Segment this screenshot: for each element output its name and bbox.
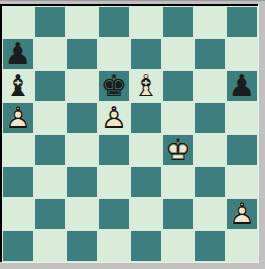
piece-outline: ♔ [162, 134, 194, 166]
square-e6[interactable]: ♝♗ [130, 70, 162, 102]
square-f8[interactable] [162, 6, 194, 38]
white-pawn[interactable]: ♟♙ [98, 102, 130, 134]
square-d2[interactable] [98, 198, 130, 230]
piece-outline: ♙ [2, 102, 34, 134]
square-h7[interactable] [226, 38, 258, 70]
square-a2[interactable] [2, 198, 34, 230]
square-e1[interactable] [130, 230, 162, 262]
square-h5[interactable] [226, 102, 258, 134]
white-bishop[interactable]: ♝♗ [130, 70, 162, 102]
square-h3[interactable] [226, 166, 258, 198]
square-a1[interactable] [2, 230, 34, 262]
square-d4[interactable] [98, 134, 130, 166]
piece-fill: ♟ [226, 70, 258, 102]
square-h1[interactable] [226, 230, 258, 262]
square-e5[interactable] [130, 102, 162, 134]
square-b6[interactable] [34, 70, 66, 102]
white-pawn[interactable]: ♟♙ [226, 198, 258, 230]
square-f2[interactable] [162, 198, 194, 230]
square-d1[interactable] [98, 230, 130, 262]
square-f4[interactable]: ♚♔ [162, 134, 194, 166]
square-g1[interactable] [194, 230, 226, 262]
piece-fill: ♝ [2, 70, 34, 102]
white-king[interactable]: ♚♔ [162, 134, 194, 166]
square-f3[interactable] [162, 166, 194, 198]
square-a3[interactable] [2, 166, 34, 198]
square-f7[interactable] [162, 38, 194, 70]
square-b4[interactable] [34, 134, 66, 166]
square-f6[interactable] [162, 70, 194, 102]
square-e7[interactable] [130, 38, 162, 70]
square-g2[interactable] [194, 198, 226, 230]
square-g3[interactable] [194, 166, 226, 198]
square-d6[interactable]: ♚ [98, 70, 130, 102]
square-c1[interactable] [66, 230, 98, 262]
square-b5[interactable] [34, 102, 66, 134]
piece-outline: ♙ [226, 198, 258, 230]
black-pawn[interactable]: ♟ [2, 38, 34, 70]
square-c4[interactable] [66, 134, 98, 166]
square-e3[interactable] [130, 166, 162, 198]
square-h4[interactable] [226, 134, 258, 166]
chess-app-window: ♟♝♚♝♗♟♟♙♟♙♚♔♟♙ [0, 0, 265, 269]
square-e4[interactable] [130, 134, 162, 166]
board-frame: ♟♝♚♝♗♟♟♙♟♙♚♔♟♙ [0, 4, 258, 262]
square-e8[interactable] [130, 6, 162, 38]
square-g8[interactable] [194, 6, 226, 38]
square-c3[interactable] [66, 166, 98, 198]
square-d7[interactable] [98, 38, 130, 70]
square-b1[interactable] [34, 230, 66, 262]
piece-fill: ♚ [98, 70, 130, 102]
square-b7[interactable] [34, 38, 66, 70]
piece-outline: ♙ [98, 102, 130, 134]
square-b2[interactable] [34, 198, 66, 230]
piece-fill: ♟ [2, 38, 34, 70]
square-a5[interactable]: ♟♙ [2, 102, 34, 134]
square-g6[interactable] [194, 70, 226, 102]
square-b8[interactable] [34, 6, 66, 38]
square-g5[interactable] [194, 102, 226, 134]
square-g4[interactable] [194, 134, 226, 166]
window-top-edge [0, 0, 265, 1]
square-h8[interactable] [226, 6, 258, 38]
square-c7[interactable] [66, 38, 98, 70]
square-a7[interactable]: ♟ [2, 38, 34, 70]
square-d5[interactable]: ♟♙ [98, 102, 130, 134]
square-b3[interactable] [34, 166, 66, 198]
black-pawn[interactable]: ♟ [226, 70, 258, 102]
square-a4[interactable] [2, 134, 34, 166]
square-a8[interactable] [2, 6, 34, 38]
square-h6[interactable]: ♟ [226, 70, 258, 102]
square-c8[interactable] [66, 6, 98, 38]
square-d8[interactable] [98, 6, 130, 38]
square-f5[interactable] [162, 102, 194, 134]
square-c2[interactable] [66, 198, 98, 230]
square-d3[interactable] [98, 166, 130, 198]
square-g7[interactable] [194, 38, 226, 70]
white-pawn[interactable]: ♟♙ [2, 102, 34, 134]
black-bishop[interactable]: ♝ [2, 70, 34, 102]
chess-board: ♟♝♚♝♗♟♟♙♟♙♚♔♟♙ [2, 6, 258, 262]
square-c6[interactable] [66, 70, 98, 102]
piece-outline: ♗ [130, 70, 162, 102]
square-e2[interactable] [130, 198, 162, 230]
square-a6[interactable]: ♝ [2, 70, 34, 102]
square-c5[interactable] [66, 102, 98, 134]
black-king[interactable]: ♚ [98, 70, 130, 102]
square-f1[interactable] [162, 230, 194, 262]
square-h2[interactable]: ♟♙ [226, 198, 258, 230]
